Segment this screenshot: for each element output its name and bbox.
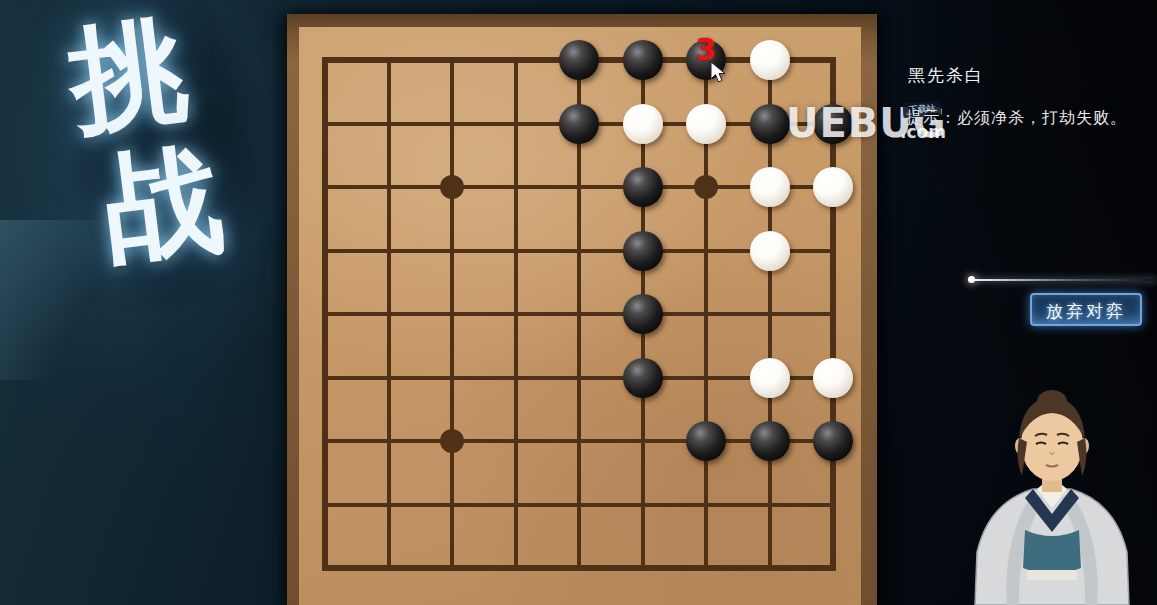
stone-black[interactable] [559, 104, 599, 144]
stone-white[interactable] [813, 167, 853, 207]
game-screen: 挑 战 3 UEBUG .com 下载站 黑先杀白 提示：必须净杀，打劫失败。 … [0, 0, 1157, 605]
stone-black[interactable] [623, 358, 663, 398]
go-board-rim [287, 14, 877, 605]
stone-white[interactable] [750, 40, 790, 80]
stone-black[interactable] [623, 40, 663, 80]
stone-white[interactable] [750, 231, 790, 271]
stone-white[interactable] [813, 358, 853, 398]
hint-text: 提示：必须净杀，打劫失败。 [906, 108, 1127, 129]
challenge-calligraphy: 挑 战 [44, 0, 249, 315]
divider-line [972, 279, 1157, 281]
stone-black[interactable] [813, 421, 853, 461]
calligraphy-char: 战 [97, 138, 229, 270]
stone-white[interactable] [623, 104, 663, 144]
stone-white[interactable] [750, 167, 790, 207]
stone-black[interactable] [623, 167, 663, 207]
cursor-icon [708, 61, 728, 85]
npc-portrait [947, 380, 1157, 605]
stone-black[interactable] [813, 104, 853, 144]
calligraphy-char: 挑 [63, 9, 192, 138]
grid-line-h [322, 503, 836, 507]
puzzle-title: 黑先杀白 [908, 64, 984, 87]
stone-black[interactable] [623, 231, 663, 271]
star-point [440, 429, 464, 453]
stone-black[interactable] [750, 104, 790, 144]
stone-white[interactable] [686, 104, 726, 144]
grid-line-h [322, 565, 836, 571]
stone-black[interactable] [623, 294, 663, 334]
divider-dot [968, 276, 975, 283]
stone-white[interactable] [750, 358, 790, 398]
stone-black[interactable] [559, 40, 599, 80]
resign-button[interactable]: 放弃对弈 [1030, 293, 1142, 326]
grid-line-h [322, 312, 836, 316]
stone-black[interactable] [750, 421, 790, 461]
star-point [694, 175, 718, 199]
star-point [440, 175, 464, 199]
stone-black[interactable] [686, 421, 726, 461]
